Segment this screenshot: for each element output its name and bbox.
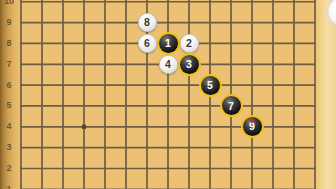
move-number: 9 [249, 121, 255, 132]
move-number: 2 [186, 38, 192, 49]
move-number: 5 [207, 80, 213, 91]
gomoku-board[interactable]: 10987654321 123456789 [0, 0, 336, 189]
white-stone-move-2: 2 [180, 34, 199, 53]
move-number: 1 [165, 38, 171, 49]
white-stone-move-4: 4 [159, 55, 178, 74]
white-stone-move-6: 6 [138, 34, 157, 53]
black-stone-move-1: 1 [159, 34, 178, 53]
move-number: 3 [186, 59, 192, 70]
stones-layer: 123456789 [11, 0, 326, 189]
last-move-marker [250, 119, 254, 123]
black-stone-move-9: 9 [243, 117, 262, 136]
move-number: 6 [144, 38, 150, 49]
black-stone-move-3: 3 [180, 55, 199, 74]
move-number: 4 [165, 59, 171, 70]
move-number: 7 [228, 101, 234, 112]
move-number: 8 [144, 17, 150, 28]
white-stone-move-8: 8 [138, 13, 157, 32]
black-stone-move-7: 7 [222, 96, 241, 115]
black-stone-move-5: 5 [201, 76, 220, 95]
